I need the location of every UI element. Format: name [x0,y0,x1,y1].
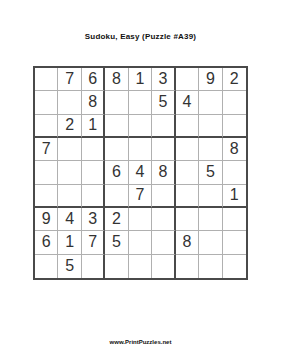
cell-r8c8-empty [199,231,222,254]
cell-r6c6-empty [152,185,175,208]
cell-r2c7-given: 4 [176,91,199,114]
cell-r5c4-given: 6 [105,161,128,184]
cell-r9c4-empty [105,255,128,278]
cell-r2c8-empty [199,91,222,114]
cell-r5c2-empty [58,161,81,184]
cell-r3c1-empty [35,115,58,138]
cell-r1c3-given: 6 [82,68,105,91]
cell-r5c5-given: 4 [129,161,152,184]
cell-r9c8-empty [199,255,222,278]
cell-r7c7-empty [176,208,199,231]
cell-r2c6-given: 5 [152,91,175,114]
cell-r8c6-empty [152,231,175,254]
cell-r2c5-empty [129,91,152,114]
cell-r8c9-empty [223,231,246,254]
cell-r5c6-given: 8 [152,161,175,184]
cell-r1c6-given: 3 [152,68,175,91]
cell-r5c3-empty [82,161,105,184]
cell-r7c2-given: 4 [58,208,81,231]
cell-r1c1-empty [35,68,58,91]
cell-r4c5-empty [129,138,152,161]
site-credit: www.PrintPuzzles.net [0,339,281,345]
cell-r4c9-given: 8 [223,138,246,161]
cell-r9c5-empty [129,255,152,278]
cell-r5c1-empty [35,161,58,184]
cell-r7c9-empty [223,208,246,231]
cell-r1c5-given: 1 [129,68,152,91]
cell-r9c2-given: 5 [58,255,81,278]
cell-r4c7-empty [176,138,199,161]
sudoku-grid: 768139285421786485719432617585 [33,66,248,280]
cell-r4c3-empty [82,138,105,161]
cell-r9c7-empty [176,255,199,278]
cell-r8c3-given: 7 [82,231,105,254]
cell-r3c6-empty [152,115,175,138]
cell-r7c3-given: 3 [82,208,105,231]
cell-r9c6-empty [152,255,175,278]
cell-r3c3-given: 1 [82,115,105,138]
cell-r2c1-empty [35,91,58,114]
cell-r7c1-given: 9 [35,208,58,231]
cell-r4c4-empty [105,138,128,161]
cell-r8c1-given: 6 [35,231,58,254]
cell-r8c5-empty [129,231,152,254]
cell-r6c7-empty [176,185,199,208]
cell-r6c2-empty [58,185,81,208]
cell-r2c3-given: 8 [82,91,105,114]
cell-r6c4-empty [105,185,128,208]
cell-r7c4-given: 2 [105,208,128,231]
cell-r4c2-empty [58,138,81,161]
cell-r6c5-given: 7 [129,185,152,208]
cell-r1c7-empty [176,68,199,91]
cell-r3c2-given: 2 [58,115,81,138]
cell-r9c9-empty [223,255,246,278]
cell-r2c9-empty [223,91,246,114]
cell-r9c1-empty [35,255,58,278]
cell-r8c2-given: 1 [58,231,81,254]
cell-r5c7-empty [176,161,199,184]
cell-r7c6-empty [152,208,175,231]
cell-r5c9-empty [223,161,246,184]
cell-r6c8-empty [199,185,222,208]
cell-r3c7-empty [176,115,199,138]
cell-r4c6-empty [152,138,175,161]
cell-r1c2-given: 7 [58,68,81,91]
cell-r3c9-empty [223,115,246,138]
cell-r2c2-empty [58,91,81,114]
cell-r8c4-given: 5 [105,231,128,254]
cell-r2c4-empty [105,91,128,114]
cell-r1c9-given: 2 [223,68,246,91]
cell-r4c1-given: 7 [35,138,58,161]
cell-r3c5-empty [129,115,152,138]
cell-r6c9-given: 1 [223,185,246,208]
cell-r6c1-empty [35,185,58,208]
cell-r5c8-given: 5 [199,161,222,184]
cell-r7c8-empty [199,208,222,231]
cell-r1c4-given: 8 [105,68,128,91]
cell-r3c4-empty [105,115,128,138]
cell-r8c7-given: 8 [176,231,199,254]
cell-r4c8-empty [199,138,222,161]
cell-r9c3-empty [82,255,105,278]
cell-r7c5-empty [129,208,152,231]
cell-r6c3-empty [82,185,105,208]
cell-r1c8-given: 9 [199,68,222,91]
cell-r3c8-empty [199,115,222,138]
page-title: Sudoku, Easy (Puzzle #A39) [0,32,281,41]
